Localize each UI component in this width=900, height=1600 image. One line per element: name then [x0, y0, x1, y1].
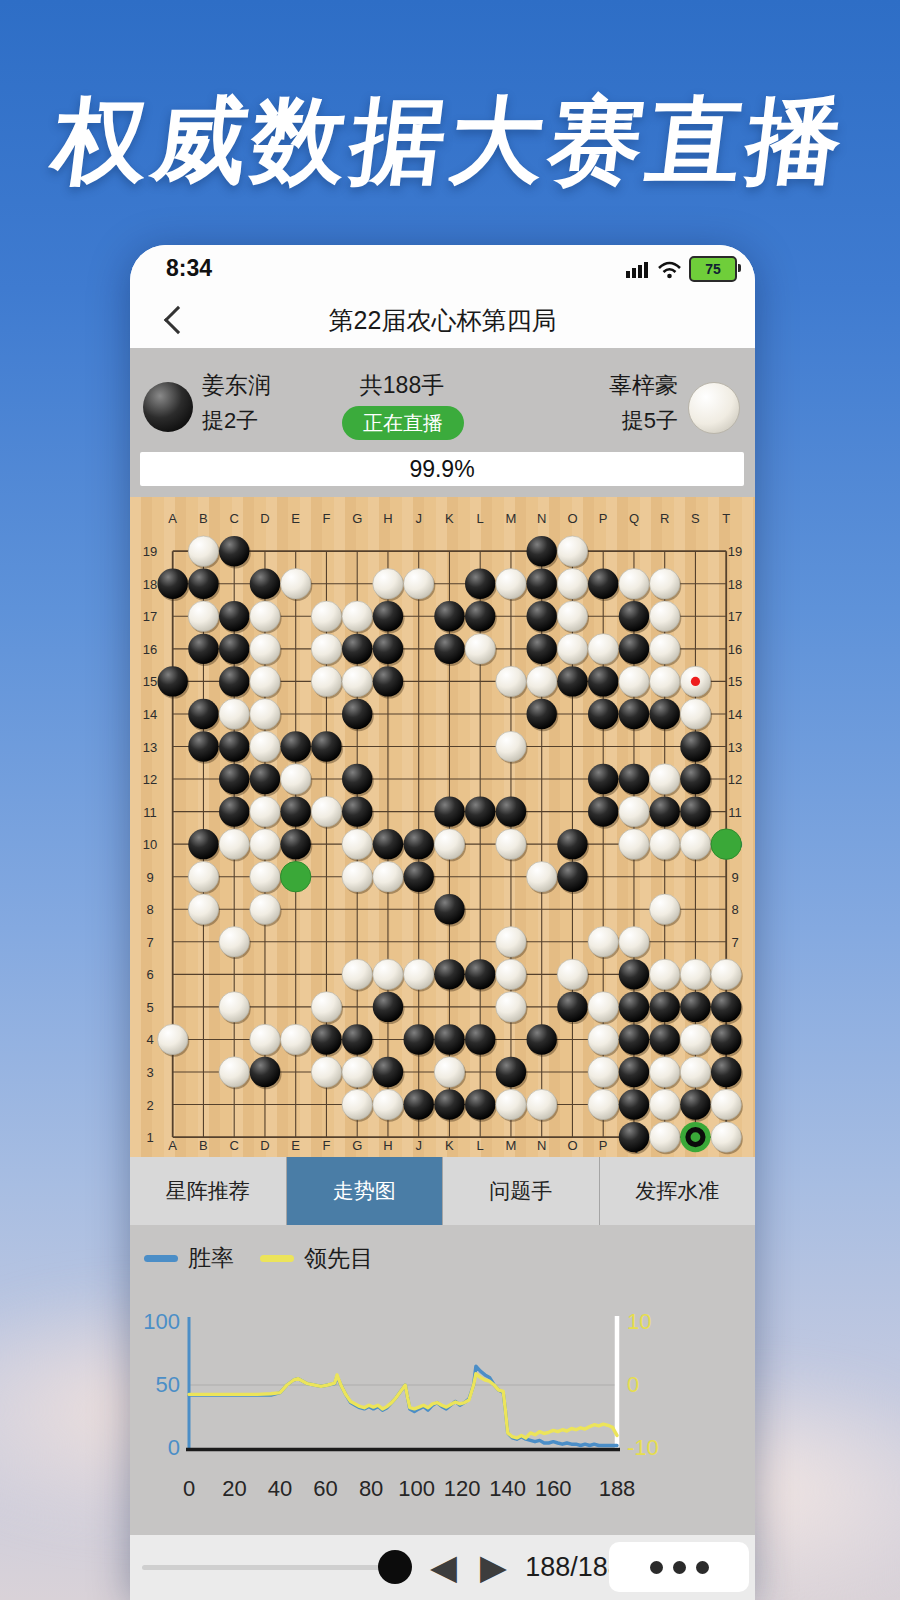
- white-stone: [650, 894, 680, 924]
- right-axis-tick: -10: [627, 1435, 659, 1460]
- black-stone: [527, 1024, 557, 1054]
- next-move-button[interactable]: ▶: [480, 1543, 507, 1591]
- black-stone: [188, 634, 218, 664]
- black-stone: [342, 764, 372, 794]
- white-stone: [250, 666, 280, 696]
- board-coordinate: 19: [728, 544, 742, 559]
- status-bar: 8:34 75: [130, 245, 755, 290]
- black-stone: [619, 601, 649, 631]
- x-axis-tick: 188: [599, 1476, 636, 1501]
- nav-bar: 第22届农心杯第四局: [130, 290, 755, 348]
- white-stone: [188, 536, 218, 566]
- black-stone: [680, 796, 710, 826]
- white-stone: [373, 959, 403, 989]
- board-coordinate: J: [415, 511, 422, 526]
- black-stone: [650, 699, 680, 729]
- board-coordinate: G: [352, 1138, 362, 1153]
- black-stone: [465, 796, 495, 826]
- black-stone: [680, 1089, 710, 1119]
- white-stone: [281, 1024, 311, 1054]
- black-stone: [650, 796, 680, 826]
- white-stone: [434, 829, 464, 859]
- board-coordinate: 2: [146, 1098, 153, 1113]
- black-stone: [219, 666, 249, 696]
- tab-bar: 星阵推荐走势图问题手发挥水准: [130, 1157, 755, 1225]
- board-coordinate: N: [537, 511, 546, 526]
- board-coordinate: 16: [728, 642, 742, 657]
- black-stone: [557, 829, 587, 859]
- board-coordinate: A: [168, 511, 177, 526]
- white-stone: [619, 796, 649, 826]
- x-axis-tick: 20: [222, 1476, 246, 1501]
- black-stone: [711, 1057, 741, 1087]
- black-stone: [404, 829, 434, 859]
- black-stone: [219, 731, 249, 761]
- black-stone: [188, 731, 218, 761]
- black-stone: [465, 1024, 495, 1054]
- white-stone: [311, 992, 341, 1022]
- white-stone: [527, 862, 557, 892]
- black-stone: [281, 829, 311, 859]
- white-stone: [250, 731, 280, 761]
- black-stone: [158, 569, 188, 599]
- battery-icon: 75: [689, 256, 737, 282]
- board-coordinate: R: [660, 511, 669, 526]
- black-stone: [373, 601, 403, 631]
- x-axis-tick: 40: [268, 1476, 292, 1501]
- black-stone: [188, 829, 218, 859]
- white-stone: [188, 894, 218, 924]
- right-axis-tick: 10: [627, 1309, 651, 1334]
- board-coordinate: 16: [143, 642, 157, 657]
- board-coordinate: 7: [731, 935, 738, 950]
- white-stone: [342, 959, 372, 989]
- white-stone: [219, 829, 249, 859]
- white-stone: [650, 959, 680, 989]
- tab-2[interactable]: 问题手: [443, 1157, 600, 1225]
- white-stone: [250, 699, 280, 729]
- player-panel: 姜东润 提2子 共188手 正在直播 辜梓豪 提5子 99.9%: [130, 348, 755, 497]
- legend-swatch: [260, 1255, 294, 1262]
- black-stone: [434, 1024, 464, 1054]
- black-stone: [158, 666, 188, 696]
- white-stone: [311, 666, 341, 696]
- board-coordinate: 3: [146, 1065, 153, 1080]
- board-coordinate: 15: [143, 674, 157, 689]
- black-stone: [373, 666, 403, 696]
- white-stone: [711, 1122, 741, 1152]
- white-stone: [588, 927, 618, 957]
- dot-icon: [673, 1561, 686, 1574]
- white-stone: [588, 1024, 618, 1054]
- white-stone: [219, 699, 249, 729]
- white-stone: [496, 1089, 526, 1119]
- white-stone: [434, 1057, 464, 1087]
- black-stone: [219, 764, 249, 794]
- white-stone: [465, 634, 495, 664]
- tab-0[interactable]: 星阵推荐: [130, 1157, 287, 1225]
- black-stone: [588, 569, 618, 599]
- white-stone: [527, 1089, 557, 1119]
- board-coordinate: 17: [143, 609, 157, 624]
- white-stone: [619, 666, 649, 696]
- black-player-avatar: [143, 382, 193, 432]
- x-axis-tick: 100: [398, 1476, 435, 1501]
- white-stone: [373, 569, 403, 599]
- board-coordinate: J: [415, 1138, 422, 1153]
- white-stone: [680, 699, 710, 729]
- board-coordinate: 5: [146, 1000, 153, 1015]
- black-stone: [619, 992, 649, 1022]
- white-stone: [250, 894, 280, 924]
- black-stone: [680, 731, 710, 761]
- last-move-marker: [691, 677, 700, 686]
- white-stone: [311, 1057, 341, 1087]
- white-stone: [557, 601, 587, 631]
- right-axis-tick: 0: [627, 1372, 639, 1397]
- black-stone: [465, 1089, 495, 1119]
- black-stone: [496, 1057, 526, 1087]
- dot-icon: [696, 1561, 709, 1574]
- status-icons: 75: [626, 256, 737, 282]
- board-coordinate: 7: [146, 935, 153, 950]
- white-stone: [342, 601, 372, 631]
- black-stone: [434, 601, 464, 631]
- black-stone: [527, 634, 557, 664]
- board-coordinate: M: [506, 511, 517, 526]
- board-coordinate: E: [291, 1138, 300, 1153]
- board-coordinate: 11: [143, 805, 157, 820]
- white-stone: [158, 1024, 188, 1054]
- white-stone: [650, 569, 680, 599]
- black-stone: [342, 699, 372, 729]
- live-badge: 正在直播: [342, 406, 464, 440]
- black-stone: [650, 1024, 680, 1054]
- white-stone: [650, 1089, 680, 1119]
- black-stone: [619, 959, 649, 989]
- x-axis-tick: 160: [535, 1476, 572, 1501]
- black-stone: [588, 666, 618, 696]
- board-coordinate: C: [230, 1138, 239, 1153]
- go-board[interactable]: AABBCCDDEEFFGGHHJJKKLLMMNNOOPPQQRRSSTT19…: [130, 497, 755, 1157]
- clock: 8:34: [166, 255, 212, 282]
- left-axis-tick: 100: [143, 1309, 180, 1334]
- board-coordinate: 11: [728, 805, 742, 820]
- white-stone: [373, 1089, 403, 1119]
- black-stone: [373, 1057, 403, 1087]
- signal-icon: [626, 260, 650, 278]
- black-stone: [281, 796, 311, 826]
- black-stone: [250, 569, 280, 599]
- board-coordinate: C: [230, 511, 239, 526]
- black-stone: [434, 1089, 464, 1119]
- move-slider-track[interactable]: [142, 1565, 395, 1570]
- white-stone: [496, 731, 526, 761]
- white-stone: [250, 1024, 280, 1054]
- trend-chart-section: 胜率领先目 100500100-100204060801001201401601…: [130, 1225, 755, 1535]
- white-stone: [219, 927, 249, 957]
- white-stone: [557, 959, 587, 989]
- white-stone: [527, 666, 557, 696]
- black-stone: [619, 764, 649, 794]
- board-coordinate: K: [445, 511, 454, 526]
- black-stone: [619, 1024, 649, 1054]
- left-axis-tick: 50: [156, 1372, 180, 1397]
- black-stone: [188, 569, 218, 599]
- black-stone: [434, 959, 464, 989]
- board-coordinate: 13: [728, 740, 742, 755]
- board-coordinate: E: [291, 511, 300, 526]
- dot-icon: [650, 1561, 663, 1574]
- black-stone: [619, 1089, 649, 1119]
- black-stone: [434, 894, 464, 924]
- white-stone: [650, 764, 680, 794]
- white-stone: [557, 634, 587, 664]
- white-stone: [680, 959, 710, 989]
- hero-title: 权威数据大赛直播: [0, 78, 900, 205]
- board-coordinate: 18: [728, 577, 742, 592]
- legend-label: 领先目: [304, 1243, 373, 1274]
- prev-move-button[interactable]: ◀: [430, 1543, 457, 1591]
- white-stone: [404, 569, 434, 599]
- board-coordinate: T: [722, 511, 730, 526]
- white-stone: [311, 634, 341, 664]
- white-stone: [650, 666, 680, 696]
- black-stone: [711, 1024, 741, 1054]
- black-stone: [373, 992, 403, 1022]
- black-stone: [434, 796, 464, 826]
- black-stone: [250, 764, 280, 794]
- black-stone: [311, 1024, 341, 1054]
- board-coordinate: D: [260, 1138, 269, 1153]
- black-stone: [527, 569, 557, 599]
- white-stone: [342, 666, 372, 696]
- white-stone: [680, 829, 710, 859]
- board-coordinate: P: [599, 511, 608, 526]
- x-axis-tick: 120: [444, 1476, 481, 1501]
- white-stone: [619, 829, 649, 859]
- black-stone: [219, 796, 249, 826]
- white-stone: [650, 829, 680, 859]
- board-coordinate: Q: [629, 511, 639, 526]
- black-stone: [373, 634, 403, 664]
- board-coordinate: D: [260, 511, 269, 526]
- black-stone: [680, 764, 710, 794]
- black-stone: [588, 796, 618, 826]
- black-stone: [619, 634, 649, 664]
- white-stone: [496, 992, 526, 1022]
- black-stone: [557, 666, 587, 696]
- white-stone: [342, 829, 372, 859]
- winrate-bar: 99.9%: [140, 452, 744, 486]
- white-stone: [373, 862, 403, 892]
- black-stone: [219, 634, 249, 664]
- board-coordinate: H: [383, 1138, 392, 1153]
- white-player-name: 辜梓豪: [550, 370, 678, 401]
- legend-swatch: [144, 1255, 178, 1262]
- white-stone: [588, 1057, 618, 1087]
- board-coordinate: L: [477, 511, 484, 526]
- black-stone: [527, 699, 557, 729]
- white-stone: [281, 569, 311, 599]
- x-axis-tick: 140: [489, 1476, 526, 1501]
- white-stone: [496, 666, 526, 696]
- ai-suggestion-marker: [281, 862, 311, 892]
- black-stone: [342, 1024, 372, 1054]
- white-stone: [650, 1122, 680, 1152]
- board-coordinate: 18: [143, 577, 157, 592]
- white-stone: [250, 796, 280, 826]
- highlight-marker: [680, 1122, 710, 1152]
- white-stone: [619, 927, 649, 957]
- board-coordinate: 8: [146, 902, 153, 917]
- white-stone: [404, 959, 434, 989]
- black-player-captures: 提2子: [202, 406, 258, 436]
- black-stone: [465, 959, 495, 989]
- black-stone: [711, 992, 741, 1022]
- black-stone: [281, 731, 311, 761]
- white-player-captures: 提5子: [550, 406, 678, 436]
- black-stone: [311, 731, 341, 761]
- left-axis-tick: 0: [168, 1435, 180, 1460]
- white-stone: [680, 1024, 710, 1054]
- white-stone: [311, 601, 341, 631]
- board-coordinate: 9: [146, 870, 153, 885]
- white-stone: [557, 569, 587, 599]
- board-coordinate: 19: [143, 544, 157, 559]
- move-slider-thumb[interactable]: [378, 1550, 412, 1584]
- board-coordinate: K: [445, 1138, 454, 1153]
- board-coordinate: 4: [146, 1032, 153, 1047]
- white-stone: [250, 862, 280, 892]
- board-coordinate: O: [567, 1138, 577, 1153]
- white-stone: [188, 862, 218, 892]
- black-stone: [342, 634, 372, 664]
- white-stone: [650, 1057, 680, 1087]
- board-coordinate: 12: [728, 772, 742, 787]
- x-axis-tick: 80: [359, 1476, 383, 1501]
- black-stone: [527, 536, 557, 566]
- white-stone: [496, 829, 526, 859]
- x-axis-tick: 0: [183, 1476, 195, 1501]
- black-stone: [619, 699, 649, 729]
- go-board-grid: AABBCCDDEEFFGGHHJJKKLLMMNNOOPPQQRRSSTT19…: [130, 497, 755, 1157]
- white-stone: [650, 601, 680, 631]
- black-stone: [680, 992, 710, 1022]
- more-button[interactable]: [609, 1542, 749, 1592]
- board-coordinate: 1: [146, 1130, 153, 1145]
- black-stone: [188, 699, 218, 729]
- board-coordinate: 12: [143, 772, 157, 787]
- black-stone: [650, 992, 680, 1022]
- black-stone: [496, 796, 526, 826]
- ai-suggestion-marker: [711, 829, 741, 859]
- board-coordinate: B: [199, 511, 208, 526]
- black-stone: [219, 536, 249, 566]
- legend-item: 领先目: [260, 1243, 373, 1274]
- white-stone: [219, 992, 249, 1022]
- series-领先目: [189, 1374, 617, 1438]
- white-stone: [588, 992, 618, 1022]
- white-stone: [219, 1057, 249, 1087]
- black-stone: [465, 569, 495, 599]
- black-stone: [557, 862, 587, 892]
- page-title: 第22届农心杯第四局: [130, 304, 755, 337]
- white-stone: [650, 634, 680, 664]
- white-stone: [342, 862, 372, 892]
- board-coordinate: 8: [731, 902, 738, 917]
- black-stone: [588, 699, 618, 729]
- white-stone: [588, 634, 618, 664]
- chart-legend: 胜率领先目: [144, 1243, 373, 1274]
- black-stone: [557, 992, 587, 1022]
- board-coordinate: 10: [143, 837, 157, 852]
- white-stone: [619, 569, 649, 599]
- playback-bar: ◀ ▶ 188/188: [130, 1535, 755, 1600]
- white-stone: [588, 1089, 618, 1119]
- total-moves: 共188手: [282, 370, 522, 401]
- board-coordinate: O: [567, 511, 577, 526]
- white-stone: [342, 1089, 372, 1119]
- white-stone: [557, 536, 587, 566]
- board-coordinate: 14: [728, 707, 742, 722]
- board-coordinate: B: [199, 1138, 208, 1153]
- white-stone: [250, 634, 280, 664]
- white-stone: [342, 1057, 372, 1087]
- board-coordinate: N: [537, 1138, 546, 1153]
- legend-label: 胜率: [188, 1243, 234, 1274]
- black-stone: [404, 862, 434, 892]
- board-coordinate: 15: [728, 674, 742, 689]
- board-coordinate: G: [352, 511, 362, 526]
- series-胜率: [189, 1366, 617, 1445]
- white-stone: [711, 959, 741, 989]
- black-stone: [619, 1057, 649, 1087]
- x-axis-tick: 60: [313, 1476, 337, 1501]
- board-coordinate: S: [691, 511, 700, 526]
- board-coordinate: 13: [143, 740, 157, 755]
- white-stone: [250, 829, 280, 859]
- legend-item: 胜率: [144, 1243, 234, 1274]
- black-stone: [465, 601, 495, 631]
- board-coordinate: 9: [731, 870, 738, 885]
- screenshot-root: 权威数据大赛直播 8:34 75 第22届农心杯第四局: [0, 0, 900, 1600]
- board-coordinate: 14: [143, 707, 157, 722]
- black-stone: [219, 601, 249, 631]
- board-coordinate: 17: [728, 609, 742, 624]
- white-stone: [711, 1089, 741, 1119]
- board-coordinate: F: [322, 1138, 330, 1153]
- tab-1-active[interactable]: 走势图: [287, 1157, 444, 1225]
- wifi-icon: [657, 260, 682, 279]
- tab-3[interactable]: 发挥水准: [600, 1157, 756, 1225]
- board-coordinate: A: [168, 1138, 177, 1153]
- black-player-name: 姜东润: [202, 370, 271, 401]
- white-stone: [250, 601, 280, 631]
- black-stone: [619, 1122, 649, 1152]
- white-stone: [311, 796, 341, 826]
- white-stone: [496, 959, 526, 989]
- phone-frame: 8:34 75 第22届农心杯第四局 姜东润 提2子: [130, 245, 755, 1600]
- board-coordinate: H: [383, 511, 392, 526]
- board-coordinate: P: [599, 1138, 608, 1153]
- black-stone: [342, 796, 372, 826]
- white-stone: [281, 764, 311, 794]
- black-stone: [434, 634, 464, 664]
- white-player-avatar: [688, 382, 740, 434]
- black-stone: [404, 1089, 434, 1119]
- white-stone: [188, 601, 218, 631]
